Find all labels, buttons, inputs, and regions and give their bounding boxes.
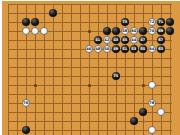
move-number: 49 [113,47,118,51]
go-board[interactable]: 7372715860706941424345444767464850495153… [2,1,180,135]
white-stone[interactable] [31,27,39,35]
star-point [34,84,37,87]
black-stone[interactable] [130,117,138,125]
numbered-black-stone[interactable]: 67 [157,36,165,44]
move-number: 46 [86,47,91,51]
move-number: 70 [149,29,154,33]
white-stone[interactable] [148,81,156,89]
black-stone[interactable] [139,27,147,35]
numbered-white-stone[interactable]: 58 [121,27,129,35]
move-number: 44 [131,38,136,42]
numbered-black-stone[interactable]: 69 [157,27,165,35]
numbered-black-stone[interactable]: 55 [139,45,147,53]
move-number: 71 [158,20,163,24]
numbered-black-stone[interactable]: 63 [157,45,165,53]
white-stone[interactable] [40,27,48,35]
numbered-black-stone[interactable]: 51 [121,45,129,53]
numbered-white-stone[interactable]: 70 [148,27,156,35]
numbered-black-stone[interactable]: 53 [130,45,138,53]
move-number: 63 [158,47,163,51]
numbered-white-stone[interactable]: 60 [130,27,138,35]
black-stone[interactable] [49,9,57,17]
move-number: 58 [122,29,127,33]
numbered-black-stone[interactable]: 43 [112,36,120,44]
move-number: 50 [104,47,109,51]
move-number: 75 [113,74,118,78]
numbered-white-stone[interactable]: 48 [94,45,102,53]
move-number: 73 [122,20,127,24]
numbered-black-stone[interactable]: 71 [157,18,165,26]
move-number: 78 [149,101,154,105]
numbered-white-stone[interactable]: 46 [85,45,93,53]
numbered-black-stone[interactable]: 49 [112,45,120,53]
numbered-white-stone[interactable]: 64 [148,45,156,53]
white-stone[interactable] [148,126,156,134]
move-number: 53 [131,47,136,51]
black-stone[interactable] [31,18,39,26]
black-stone[interactable] [22,126,30,134]
move-number: 76 [23,101,28,105]
move-number: 72 [149,20,154,24]
black-stone[interactable] [22,18,30,26]
move-number: 51 [122,47,127,51]
numbered-white-stone[interactable]: 78 [148,99,156,107]
move-number: 64 [149,47,154,51]
numbered-white-stone[interactable]: 50 [103,45,111,53]
white-stone[interactable] [157,108,165,116]
black-stone[interactable] [103,27,111,35]
star-point [88,84,91,87]
move-number: 41 [95,38,100,42]
star-point [142,84,145,87]
numbered-white-stone[interactable]: 44 [130,36,138,44]
move-number: 42 [104,38,109,42]
numbered-black-stone[interactable]: 47 [139,36,147,44]
white-stone[interactable] [22,27,30,35]
black-stone[interactable] [166,27,174,35]
numbered-black-stone[interactable]: 73 [121,18,129,26]
numbered-black-stone[interactable]: 45 [121,36,129,44]
move-number: 43 [113,38,118,42]
move-number: 67 [158,38,163,42]
numbered-white-stone[interactable]: 42 [103,36,111,44]
numbered-black-stone[interactable]: 75 [112,72,120,80]
black-stone[interactable] [112,27,120,35]
black-stone[interactable] [139,108,147,116]
star-point [88,30,91,33]
numbered-white-stone[interactable]: 76 [22,99,30,107]
black-stone[interactable] [166,18,174,26]
numbered-white-stone[interactable]: 72 [148,18,156,26]
numbered-black-stone[interactable]: 41 [94,36,102,44]
move-number: 45 [122,38,127,42]
move-number: 60 [131,29,136,33]
move-number: 48 [95,47,100,51]
move-number: 69 [158,29,163,33]
move-number: 47 [140,38,145,42]
move-number: 55 [140,47,145,51]
